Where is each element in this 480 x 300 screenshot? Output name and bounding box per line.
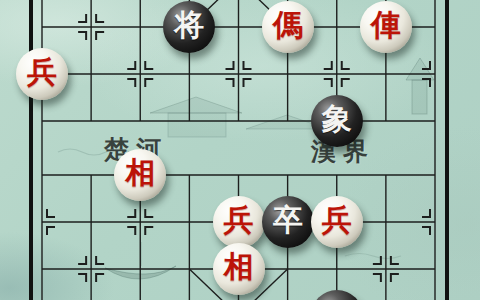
piece-red-horse[interactable]: 傌 bbox=[262, 1, 314, 53]
pieces-layer: 将傌俥兵象相兵卒兵相 bbox=[0, 0, 480, 300]
piece-character: 将 bbox=[174, 10, 204, 40]
piece-black-elephant[interactable]: 象 bbox=[311, 95, 363, 147]
piece-red-soldier[interactable]: 兵 bbox=[213, 196, 265, 248]
piece-black-piece-partially-visible[interactable] bbox=[311, 290, 363, 300]
piece-character: 傌 bbox=[273, 10, 303, 40]
piece-red-soldier[interactable]: 兵 bbox=[16, 48, 68, 100]
piece-red-soldier[interactable]: 兵 bbox=[311, 196, 363, 248]
piece-character: 兵 bbox=[27, 57, 57, 87]
piece-red-elephant[interactable]: 相 bbox=[213, 243, 265, 295]
piece-character: 俥 bbox=[371, 10, 401, 40]
piece-character: 兵 bbox=[224, 205, 254, 235]
piece-red-chariot[interactable]: 俥 bbox=[360, 1, 412, 53]
piece-black-general[interactable]: 将 bbox=[163, 1, 215, 53]
piece-character: 象 bbox=[322, 104, 352, 134]
piece-character: 兵 bbox=[322, 205, 352, 235]
xiangqi-board: 楚河 漢界 将傌俥兵象相兵卒兵相 bbox=[0, 0, 480, 300]
piece-character: 卒 bbox=[273, 205, 303, 235]
piece-black-soldier[interactable]: 卒 bbox=[262, 196, 314, 248]
piece-character: 相 bbox=[125, 158, 155, 188]
piece-character: 相 bbox=[224, 252, 254, 282]
piece-red-elephant[interactable]: 相 bbox=[114, 149, 166, 201]
